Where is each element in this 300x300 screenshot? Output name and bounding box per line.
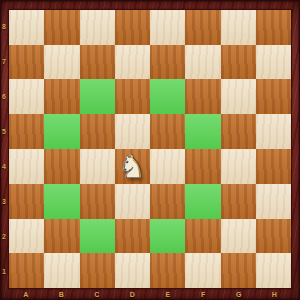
- square-e2[interactable]: [150, 219, 185, 254]
- square-b7[interactable]: [44, 45, 79, 80]
- square-f3[interactable]: [185, 184, 220, 219]
- square-d6[interactable]: [115, 79, 150, 114]
- square-c7[interactable]: [80, 45, 115, 80]
- square-c6[interactable]: [80, 79, 115, 114]
- square-b2[interactable]: [44, 219, 79, 254]
- rank-labels: 87654321: [0, 9, 8, 289]
- square-h8[interactable]: [256, 10, 291, 45]
- square-b1[interactable]: [44, 253, 79, 288]
- square-d4[interactable]: ♞♘: [115, 149, 150, 184]
- square-f6[interactable]: [185, 79, 220, 114]
- square-d5[interactable]: [115, 114, 150, 149]
- square-g5[interactable]: [221, 114, 256, 149]
- square-c5[interactable]: [80, 114, 115, 149]
- file-labels: ABCDEFGH: [8, 289, 292, 300]
- square-c8[interactable]: [80, 10, 115, 45]
- file-label-d: D: [115, 289, 151, 300]
- rank-label-5: 5: [0, 114, 8, 149]
- square-f1[interactable]: [185, 253, 220, 288]
- rank-label-1: 1: [0, 254, 8, 289]
- square-g6[interactable]: [221, 79, 256, 114]
- file-label-a: A: [8, 289, 44, 300]
- square-c2[interactable]: [80, 219, 115, 254]
- square-b4[interactable]: [44, 149, 79, 184]
- square-e7[interactable]: [150, 45, 185, 80]
- chess-board: ♞♘: [8, 9, 292, 289]
- rank-label-6: 6: [0, 79, 8, 114]
- square-a6[interactable]: [9, 79, 44, 114]
- square-a8[interactable]: [9, 10, 44, 45]
- square-e3[interactable]: [150, 184, 185, 219]
- knight-glyph-outline: ♘: [115, 149, 150, 184]
- square-f7[interactable]: [185, 45, 220, 80]
- square-c4[interactable]: [80, 149, 115, 184]
- square-h4[interactable]: [256, 149, 291, 184]
- square-h3[interactable]: [256, 184, 291, 219]
- square-b8[interactable]: [44, 10, 79, 45]
- white-knight[interactable]: ♞♘: [115, 149, 150, 184]
- file-label-c: C: [79, 289, 115, 300]
- square-e8[interactable]: [150, 10, 185, 45]
- square-h5[interactable]: [256, 114, 291, 149]
- rank-label-3: 3: [0, 184, 8, 219]
- square-a5[interactable]: [9, 114, 44, 149]
- square-g4[interactable]: [221, 149, 256, 184]
- square-g3[interactable]: [221, 184, 256, 219]
- square-b5[interactable]: [44, 114, 79, 149]
- square-b3[interactable]: [44, 184, 79, 219]
- rank-label-7: 7: [0, 44, 8, 79]
- file-label-b: B: [44, 289, 80, 300]
- square-d8[interactable]: [115, 10, 150, 45]
- square-a7[interactable]: [9, 45, 44, 80]
- square-g1[interactable]: [221, 253, 256, 288]
- rank-label-2: 2: [0, 219, 8, 254]
- square-d2[interactable]: [115, 219, 150, 254]
- square-d7[interactable]: [115, 45, 150, 80]
- square-a1[interactable]: [9, 253, 44, 288]
- chess-widget: 87654321 ♞♘ ABCDEFGH: [0, 0, 300, 300]
- square-b6[interactable]: [44, 79, 79, 114]
- square-g2[interactable]: [221, 219, 256, 254]
- square-d1[interactable]: [115, 253, 150, 288]
- file-label-h: H: [257, 289, 293, 300]
- square-h6[interactable]: [256, 79, 291, 114]
- file-label-g: G: [221, 289, 257, 300]
- square-a3[interactable]: [9, 184, 44, 219]
- square-a2[interactable]: [9, 219, 44, 254]
- square-f8[interactable]: [185, 10, 220, 45]
- square-g7[interactable]: [221, 45, 256, 80]
- square-g8[interactable]: [221, 10, 256, 45]
- square-h2[interactable]: [256, 219, 291, 254]
- square-f4[interactable]: [185, 149, 220, 184]
- square-e1[interactable]: [150, 253, 185, 288]
- file-label-f: F: [186, 289, 222, 300]
- square-d3[interactable]: [115, 184, 150, 219]
- rank-label-4: 4: [0, 149, 8, 184]
- square-f2[interactable]: [185, 219, 220, 254]
- file-label-e: E: [150, 289, 186, 300]
- square-e5[interactable]: [150, 114, 185, 149]
- square-h7[interactable]: [256, 45, 291, 80]
- square-f5[interactable]: [185, 114, 220, 149]
- square-a4[interactable]: [9, 149, 44, 184]
- square-c1[interactable]: [80, 253, 115, 288]
- square-e6[interactable]: [150, 79, 185, 114]
- square-h1[interactable]: [256, 253, 291, 288]
- square-c3[interactable]: [80, 184, 115, 219]
- square-e4[interactable]: [150, 149, 185, 184]
- rank-label-8: 8: [0, 9, 8, 44]
